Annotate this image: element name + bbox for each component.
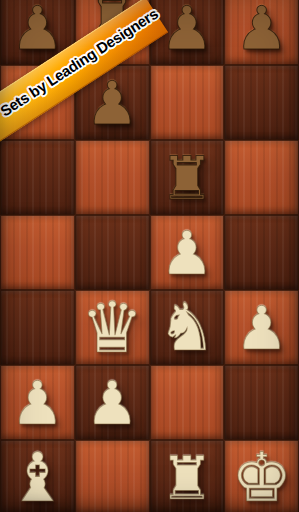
app-screen: ♟♜♟♟♟♜♟♛♞♟♟♟♝♜♚ Sets by Leading Designer… (0, 0, 299, 512)
square-r2c0[interactable] (0, 140, 75, 215)
square-r5c0[interactable]: ♟ (0, 365, 75, 440)
square-r6c3[interactable]: ♚ (224, 440, 299, 512)
piece-black-pawn[interactable]: ♟ (160, 0, 214, 58)
square-r3c2[interactable]: ♟ (150, 215, 225, 290)
square-r4c2[interactable]: ♞ (150, 290, 225, 365)
square-r5c2[interactable] (150, 365, 225, 440)
piece-black-rook[interactable]: ♜ (160, 148, 214, 208)
piece-white-pawn[interactable]: ♟ (10, 373, 64, 433)
square-r4c0[interactable] (0, 290, 75, 365)
piece-white-bishop[interactable]: ♝ (7, 444, 68, 512)
piece-black-pawn[interactable]: ♟ (235, 0, 289, 58)
square-r2c2[interactable]: ♜ (150, 140, 225, 215)
square-r6c1[interactable] (75, 440, 150, 512)
square-r3c3[interactable] (224, 215, 299, 290)
piece-white-rook[interactable]: ♜ (160, 448, 214, 508)
square-r5c3[interactable] (224, 365, 299, 440)
square-r3c0[interactable] (0, 215, 75, 290)
piece-white-queen[interactable]: ♛ (81, 293, 144, 363)
square-r2c3[interactable] (224, 140, 299, 215)
square-r6c0[interactable]: ♝ (0, 440, 75, 512)
square-r5c1[interactable]: ♟ (75, 365, 150, 440)
piece-white-king[interactable]: ♚ (231, 444, 292, 512)
square-r1c3[interactable] (224, 65, 299, 140)
square-r0c3[interactable]: ♟ (224, 0, 299, 65)
square-r3c1[interactable] (75, 215, 150, 290)
piece-black-pawn[interactable]: ♟ (85, 73, 139, 133)
piece-black-pawn[interactable]: ♟ (10, 0, 64, 58)
square-r4c3[interactable]: ♟ (224, 290, 299, 365)
piece-white-knight[interactable]: ♞ (157, 295, 216, 361)
square-r2c1[interactable] (75, 140, 150, 215)
square-r1c2[interactable] (150, 65, 225, 140)
square-r4c1[interactable]: ♛ (75, 290, 150, 365)
piece-white-pawn[interactable]: ♟ (160, 223, 214, 283)
piece-white-pawn[interactable]: ♟ (85, 373, 139, 433)
piece-white-pawn[interactable]: ♟ (235, 298, 289, 358)
square-r6c2[interactable]: ♜ (150, 440, 225, 512)
